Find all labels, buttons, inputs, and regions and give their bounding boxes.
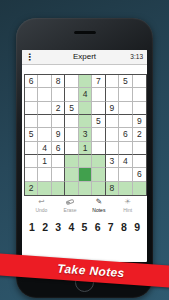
cell-r5c9[interactable]: 2 xyxy=(133,128,146,141)
cell-r6c9[interactable] xyxy=(133,142,146,155)
cell-r5c1[interactable]: 5 xyxy=(25,128,38,141)
cell-r4c7[interactable] xyxy=(106,115,119,128)
cell-r3c4[interactable]: 5 xyxy=(65,102,78,115)
sudoku-board[interactable]: 687542595959362461134628 xyxy=(24,74,147,196)
cell-r4c1[interactable] xyxy=(25,115,38,128)
app-background: ⋮ Expert 3:13 687542595959362461134628 ↩… xyxy=(0,0,169,300)
header-bar: ⋮ Expert 3:13 xyxy=(22,50,147,65)
game-timer: 3:13 xyxy=(130,53,143,60)
number-pad: 123456789 xyxy=(22,219,147,235)
cell-r7c7[interactable]: 3 xyxy=(106,155,119,168)
cell-r8c8[interactable] xyxy=(119,168,132,181)
cell-r8c2[interactable] xyxy=(38,168,51,181)
cell-r1c9[interactable] xyxy=(133,75,146,88)
numpad-9[interactable]: 9 xyxy=(134,221,140,233)
cell-r8c3[interactable] xyxy=(52,168,65,181)
cell-r9c5[interactable] xyxy=(79,182,92,195)
cell-r3c7[interactable]: 9 xyxy=(106,102,119,115)
cell-r2c6[interactable] xyxy=(92,88,105,101)
cell-r3c6[interactable] xyxy=(92,102,105,115)
numpad-7[interactable]: 7 xyxy=(108,221,114,233)
cell-r7c9[interactable] xyxy=(133,155,146,168)
cell-r4c3[interactable] xyxy=(52,115,65,128)
cell-r2c4[interactable] xyxy=(65,88,78,101)
cell-r6c8[interactable] xyxy=(119,142,132,155)
cell-r3c9[interactable] xyxy=(133,102,146,115)
numpad-4[interactable]: 4 xyxy=(68,221,74,233)
cell-r4c6[interactable]: 5 xyxy=(92,115,105,128)
cell-r7c8[interactable]: 4 xyxy=(119,155,132,168)
cell-r4c4[interactable] xyxy=(65,115,78,128)
numpad-6[interactable]: 6 xyxy=(95,221,101,233)
cell-r8c1[interactable] xyxy=(25,168,38,181)
cell-r5c2[interactable] xyxy=(38,128,51,141)
banner-label: Take Notes xyxy=(57,258,126,285)
phone-screen: ⋮ Expert 3:13 687542595959362461134628 ↩… xyxy=(22,50,147,262)
cell-r5c4[interactable] xyxy=(65,128,78,141)
cell-r1c7[interactable] xyxy=(106,75,119,88)
cell-r3c1[interactable] xyxy=(25,102,38,115)
cell-r4c5[interactable] xyxy=(79,115,92,128)
cell-r7c5[interactable] xyxy=(79,155,92,168)
numpad-1[interactable]: 1 xyxy=(29,221,35,233)
cell-r6c3[interactable]: 6 xyxy=(52,142,65,155)
cell-r5c6[interactable] xyxy=(92,128,105,141)
cell-r2c1[interactable] xyxy=(25,88,38,101)
hint-button[interactable]: ☀Hint xyxy=(116,198,140,213)
difficulty-title: Expert xyxy=(22,52,147,61)
numpad-3[interactable]: 3 xyxy=(55,221,61,233)
cell-r3c2[interactable] xyxy=(38,102,51,115)
cell-r6c4[interactable] xyxy=(65,142,78,155)
erase-icon xyxy=(66,198,74,206)
erase-label: Erase xyxy=(64,207,77,213)
cell-r9c3[interactable] xyxy=(52,182,65,195)
numpad-8[interactable]: 8 xyxy=(121,221,127,233)
cell-r9c1[interactable]: 2 xyxy=(25,182,38,195)
cell-r5c3[interactable]: 9 xyxy=(52,128,65,141)
cell-r5c8[interactable]: 6 xyxy=(119,128,132,141)
cell-r1c1[interactable]: 6 xyxy=(25,75,38,88)
hint-label: Hint xyxy=(123,207,132,213)
cell-r5c7[interactable] xyxy=(106,128,119,141)
cell-r3c5[interactable] xyxy=(79,102,92,115)
cell-r9c7[interactable]: 8 xyxy=(106,182,119,195)
cell-r7c2[interactable]: 1 xyxy=(38,155,51,168)
cell-r1c8[interactable]: 5 xyxy=(119,75,132,88)
undo-icon: ↩ xyxy=(38,198,44,206)
cell-r2c3[interactable] xyxy=(52,88,65,101)
cell-r6c2[interactable]: 4 xyxy=(38,142,51,155)
cell-r9c6[interactable] xyxy=(92,182,105,195)
cell-r3c8[interactable] xyxy=(119,102,132,115)
cell-r4c9[interactable]: 9 xyxy=(133,115,146,128)
numpad-5[interactable]: 5 xyxy=(82,221,88,233)
cell-r4c8[interactable] xyxy=(119,115,132,128)
cell-r2c7[interactable] xyxy=(106,88,119,101)
undo-button[interactable]: ↩Undo xyxy=(29,198,53,213)
cell-r7c4[interactable] xyxy=(65,155,78,168)
cell-r1c5[interactable] xyxy=(79,75,92,88)
notes-button[interactable]: ✎Notes xyxy=(87,198,111,213)
erase-button[interactable]: Erase xyxy=(58,198,82,213)
cell-r9c4[interactable] xyxy=(65,182,78,195)
cell-r4c2[interactable] xyxy=(38,115,51,128)
cell-r7c3[interactable] xyxy=(52,155,65,168)
cell-r9c2[interactable] xyxy=(38,182,51,195)
cell-r9c8[interactable] xyxy=(119,182,132,195)
undo-label: Undo xyxy=(35,207,47,213)
cell-r8c9[interactable]: 6 xyxy=(133,168,146,181)
notes-icon: ✎ xyxy=(96,198,102,206)
cell-r6c6[interactable] xyxy=(92,142,105,155)
cell-r2c8[interactable] xyxy=(119,88,132,101)
cell-r1c4[interactable] xyxy=(65,75,78,88)
cell-r6c5[interactable]: 1 xyxy=(79,142,92,155)
cell-r2c9[interactable] xyxy=(133,88,146,101)
cell-r1c6[interactable]: 7 xyxy=(92,75,105,88)
cell-r7c1[interactable] xyxy=(25,155,38,168)
cell-r1c3[interactable]: 8 xyxy=(52,75,65,88)
numpad-2[interactable]: 2 xyxy=(42,221,48,233)
notes-label: Notes xyxy=(92,207,105,213)
cell-r8c6[interactable] xyxy=(92,168,105,181)
cell-r9c9[interactable] xyxy=(133,182,146,195)
cell-r8c5[interactable] xyxy=(79,168,92,181)
cell-r3c3[interactable]: 2 xyxy=(52,102,65,115)
cell-r1c2[interactable] xyxy=(38,75,51,88)
cell-r8c7[interactable] xyxy=(106,168,119,181)
action-toolbar: ↩UndoErase✎Notes☀Hint xyxy=(22,198,147,215)
hint-icon: ☀ xyxy=(124,198,131,206)
cell-r6c7[interactable] xyxy=(106,142,119,155)
cell-r7c6[interactable] xyxy=(92,155,105,168)
cell-r2c5[interactable]: 4 xyxy=(79,88,92,101)
cell-r8c4[interactable] xyxy=(65,168,78,181)
cell-r5c5[interactable]: 3 xyxy=(79,128,92,141)
phone-speaker xyxy=(74,31,96,34)
cell-r2c2[interactable] xyxy=(38,88,51,101)
cell-r6c1[interactable] xyxy=(25,142,38,155)
